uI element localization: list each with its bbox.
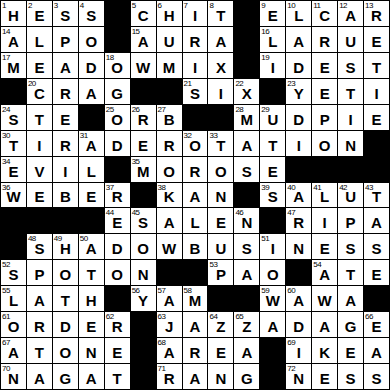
grid-cell-r5c3[interactable]: E xyxy=(53,105,78,130)
grid-cell-r5c11[interactable]: 29U xyxy=(260,105,285,130)
grid-cell-r1c14[interactable]: 12A xyxy=(338,1,363,26)
cell-letter: A xyxy=(286,189,311,204)
cell-letter: A xyxy=(312,319,337,334)
cell-letter: Z xyxy=(208,319,233,334)
grid-cell-r15c4[interactable]: A xyxy=(79,364,104,389)
grid-cell-r5c2[interactable]: T xyxy=(27,105,52,130)
grid-cell-r10c10[interactable]: S xyxy=(234,234,259,259)
grid-cell-r3c2[interactable]: E xyxy=(27,53,52,78)
grid-cell-r3c15[interactable]: T xyxy=(364,53,389,78)
grid-cell-r1c3[interactable]: 3S xyxy=(53,1,78,26)
grid-cell-r14c3[interactable]: O xyxy=(53,338,78,363)
grid-cell-r11c10[interactable]: A xyxy=(234,260,259,285)
grid-cell-r8c7[interactable]: 38K xyxy=(157,183,182,208)
grid-cell-r3c6[interactable]: W xyxy=(131,53,156,78)
block-cell-r7c15 xyxy=(364,157,389,182)
grid-cell-r10c5[interactable]: D xyxy=(105,234,130,259)
grid-cell-r12c3[interactable]: T xyxy=(53,286,78,311)
grid-cell-r2c7[interactable]: U xyxy=(157,27,182,52)
cell-letter: E xyxy=(312,60,337,75)
grid-cell-r1c8[interactable]: 7I xyxy=(183,1,208,26)
grid-cell-r12c7[interactable]: 57A xyxy=(157,286,182,311)
cell-letter: S xyxy=(364,241,389,256)
cell-letter: W xyxy=(1,189,26,204)
cell-letter: S xyxy=(79,8,104,23)
grid-cell-r8c8[interactable]: A xyxy=(183,183,208,208)
cell-letter: E xyxy=(79,189,104,204)
grid-cell-r5c14[interactable]: I xyxy=(338,105,363,130)
grid-cell-r10c4[interactable]: 50A xyxy=(79,234,104,259)
grid-cell-r12c8[interactable]: 58M xyxy=(183,286,208,311)
grid-cell-r1c1[interactable]: 1H xyxy=(1,1,26,26)
cell-letter: A xyxy=(183,319,208,334)
cell-letter: A xyxy=(131,34,156,49)
cell-letter: X xyxy=(208,60,233,75)
cell-letter: A xyxy=(364,215,389,230)
grid-cell-r5c15[interactable]: E xyxy=(364,105,389,130)
grid-cell-r15c2[interactable]: A xyxy=(27,364,52,389)
grid-cell-r6c12[interactable]: I xyxy=(286,131,311,156)
grid-cell-r7c1[interactable]: 34E xyxy=(1,157,26,182)
grid-cell-r1c12[interactable]: 10L xyxy=(286,1,311,26)
grid-cell-r6c7[interactable]: R xyxy=(157,131,182,156)
cell-letter: E xyxy=(364,319,389,334)
grid-cell-r2c11[interactable]: 16L xyxy=(260,27,285,52)
grid-cell-r2c3[interactable]: P xyxy=(53,27,78,52)
grid-cell-r7c2[interactable]: V xyxy=(27,157,52,182)
cell-letter: W xyxy=(260,293,285,308)
block-cell-r8c6 xyxy=(131,183,156,208)
cell-letter: T xyxy=(27,112,52,127)
grid-cell-r2c14[interactable]: U xyxy=(338,27,363,52)
grid-cell-r4c12[interactable]: 23Y xyxy=(286,79,311,104)
grid-cell-r9c12[interactable]: 47R xyxy=(286,208,311,233)
grid-cell-r8c5[interactable]: 37R xyxy=(105,183,130,208)
grid-cell-r10c12[interactable]: N xyxy=(286,234,311,259)
cell-letter: A xyxy=(157,345,182,360)
block-cell-r7c5 xyxy=(105,157,130,182)
grid-cell-r10c11[interactable]: 51I xyxy=(260,234,285,259)
grid-cell-r11c14[interactable]: T xyxy=(338,260,363,285)
grid-cell-r3c5[interactable]: 18O xyxy=(105,53,130,78)
grid-cell-r11c15[interactable]: E xyxy=(364,260,389,285)
grid-cell-r4c10[interactable]: 22X xyxy=(234,79,259,104)
block-cell-r9c3 xyxy=(53,208,78,233)
block-cell-r11c12 xyxy=(286,260,311,285)
grid-cell-r11c11[interactable]: O xyxy=(260,260,285,285)
cell-letter: I xyxy=(364,86,389,101)
cell-letter: R xyxy=(105,319,130,334)
cell-letter: A xyxy=(79,86,104,101)
cell-letter: E xyxy=(27,8,52,23)
grid-cell-r4c8[interactable]: 21S xyxy=(183,79,208,104)
cell-letter: N xyxy=(208,189,233,204)
grid-cell-r10c2[interactable]: 48S xyxy=(27,234,52,259)
grid-cell-r9c14[interactable]: P xyxy=(338,208,363,233)
cell-letter: R xyxy=(53,138,78,153)
grid-cell-r1c13[interactable]: 11C xyxy=(312,1,337,26)
cell-letter: A xyxy=(79,371,104,386)
grid-cell-r6c9[interactable]: 33T xyxy=(208,131,233,156)
cell-letter: A xyxy=(1,345,26,360)
cell-letter: U xyxy=(157,34,182,49)
grid-cell-r13c1[interactable]: 61O xyxy=(1,312,26,337)
grid-cell-r15c1[interactable]: 70N xyxy=(1,364,26,389)
grid-cell-r3c7[interactable]: M xyxy=(157,53,182,78)
grid-cell-r10c15[interactable]: S xyxy=(364,234,389,259)
cell-letter: S xyxy=(364,371,389,386)
cell-letter: A xyxy=(286,34,311,49)
grid-cell-r10c9[interactable]: U xyxy=(208,234,233,259)
grid-cell-r8c13[interactable]: 41L xyxy=(312,183,337,208)
grid-cell-r6c5[interactable]: D xyxy=(105,131,130,156)
cell-letter: P xyxy=(27,267,52,282)
grid-cell-r10c8[interactable]: B xyxy=(183,234,208,259)
cell-letter: A xyxy=(234,267,259,282)
grid-cell-r13c13[interactable]: A xyxy=(312,312,337,337)
cell-letter: O xyxy=(131,241,156,256)
grid-cell-r7c11[interactable]: E xyxy=(260,157,285,182)
grid-cell-r8c15[interactable]: 43T xyxy=(364,183,389,208)
grid-cell-r6c14[interactable]: N xyxy=(338,131,363,156)
block-cell-r15c6 xyxy=(131,364,156,389)
grid-cell-r15c10[interactable]: G xyxy=(234,364,259,389)
grid-cell-r14c4[interactable]: N xyxy=(79,338,104,363)
cell-letter: T xyxy=(79,267,104,282)
grid-cell-r7c4[interactable]: L xyxy=(79,157,104,182)
grid-cell-r14c15[interactable]: A xyxy=(364,338,389,363)
grid-cell-r5c7[interactable]: 27B xyxy=(157,105,182,130)
grid-cell-r9c5[interactable]: 44E xyxy=(105,208,130,233)
grid-cell-r14c13[interactable]: K xyxy=(312,338,337,363)
cell-letter: H xyxy=(53,241,78,256)
cell-letter: P xyxy=(338,215,363,230)
grid-cell-r9c7[interactable]: A xyxy=(157,208,182,233)
block-cell-r9c4 xyxy=(79,208,104,233)
cell-letter: E xyxy=(1,164,26,179)
grid-cell-r14c5[interactable]: E xyxy=(105,338,130,363)
grid-cell-r12c13[interactable]: W xyxy=(312,286,337,311)
cell-letter: I xyxy=(338,112,363,127)
cell-letter: T xyxy=(208,138,233,153)
cell-letter: R xyxy=(53,86,78,101)
grid-cell-r2c1[interactable]: 14A xyxy=(1,27,26,52)
grid-cell-r12c1[interactable]: 55L xyxy=(1,286,26,311)
cell-letter: O xyxy=(53,345,78,360)
grid-cell-r14c10[interactable]: A xyxy=(234,338,259,363)
cell-letter: I xyxy=(260,60,285,75)
cell-letter: A xyxy=(183,371,208,386)
grid-cell-r1c4[interactable]: 4S xyxy=(79,1,104,26)
grid-cell-r13c12[interactable]: D xyxy=(286,312,311,337)
grid-cell-r15c7[interactable]: 71R xyxy=(157,364,182,389)
grid-cell-r12c4[interactable]: H xyxy=(79,286,104,311)
grid-cell-r5c12[interactable]: D xyxy=(286,105,311,130)
grid-cell-r3c12[interactable]: D xyxy=(286,53,311,78)
cell-letter: L xyxy=(79,164,104,179)
grid-cell-r14c9[interactable]: E xyxy=(208,338,233,363)
grid-cell-r11c2[interactable]: P xyxy=(27,260,52,285)
grid-cell-r3c11[interactable]: 19I xyxy=(260,53,285,78)
grid-cell-r14c12[interactable]: 69I xyxy=(286,338,311,363)
block-cell-r6c15 xyxy=(364,131,389,156)
cell-letter: R xyxy=(157,371,182,386)
grid-cell-r13c14[interactable]: G xyxy=(338,312,363,337)
grid-cell-r12c14[interactable]: A xyxy=(338,286,363,311)
cell-letter: S xyxy=(1,267,26,282)
cell-letter: O xyxy=(53,267,78,282)
cell-letter: E xyxy=(260,164,285,179)
grid-cell-r11c13[interactable]: 54A xyxy=(312,260,337,285)
grid-cell-r3c3[interactable]: A xyxy=(53,53,78,78)
cell-letter: S xyxy=(338,60,363,75)
grid-cell-r8c9[interactable]: N xyxy=(208,183,233,208)
grid-cell-r7c10[interactable]: S xyxy=(234,157,259,182)
cell-letter: D xyxy=(105,138,130,153)
block-cell-r9c1 xyxy=(1,208,26,233)
grid-cell-r15c5[interactable]: T xyxy=(105,364,130,389)
grid-cell-r2c8[interactable]: R xyxy=(183,27,208,52)
block-cell-r7c12 xyxy=(286,157,311,182)
cell-letter: U xyxy=(208,241,233,256)
grid-cell-r13c15[interactable]: 66E xyxy=(364,312,389,337)
grid-cell-r4c4[interactable]: A xyxy=(79,79,104,104)
cell-letter: D xyxy=(53,319,78,334)
grid-cell-r3c4[interactable]: D xyxy=(79,53,104,78)
cell-letter: L xyxy=(183,215,208,230)
grid-cell-r14c7[interactable]: 68A xyxy=(157,338,182,363)
cell-letter: W xyxy=(157,241,182,256)
grid-cell-r2c13[interactable]: R xyxy=(312,27,337,52)
grid-cell-r6c8[interactable]: 32O xyxy=(183,131,208,156)
cell-letter: D xyxy=(286,112,311,127)
cell-letter: I xyxy=(260,241,285,256)
cell-letter: O xyxy=(105,60,130,75)
cell-letter: N xyxy=(1,371,26,386)
block-cell-r15c11 xyxy=(260,364,285,389)
cell-letter: C xyxy=(312,8,337,23)
cell-letter: E xyxy=(105,215,130,230)
grid-cell-r8c2[interactable]: E xyxy=(27,183,52,208)
grid-cell-r7c3[interactable]: I xyxy=(53,157,78,182)
grid-cell-r1c11[interactable]: 9E xyxy=(260,1,285,26)
grid-cell-r13c5[interactable]: 62R xyxy=(105,312,130,337)
cell-letter: I xyxy=(312,215,337,230)
cell-letter: K xyxy=(157,189,182,204)
grid-cell-r15c15[interactable]: S xyxy=(364,364,389,389)
grid-cell-r4c15[interactable]: I xyxy=(364,79,389,104)
block-cell-r4c11 xyxy=(260,79,285,104)
grid-cell-r7c7[interactable]: O xyxy=(157,157,182,182)
cell-letter: H xyxy=(1,8,26,23)
cell-letter: R xyxy=(312,34,337,49)
grid-cell-r11c6[interactable]: N xyxy=(131,260,156,285)
block-cell-r5c8 xyxy=(183,105,208,130)
grid-cell-r12c6[interactable]: 56Y xyxy=(131,286,156,311)
grid-cell-r5c6[interactable]: 26R xyxy=(131,105,156,130)
grid-cell-r6c4[interactable]: 31A xyxy=(79,131,104,156)
grid-cell-r8c12[interactable]: 40A xyxy=(286,183,311,208)
grid-cell-r12c2[interactable]: A xyxy=(27,286,52,311)
grid-cell-r15c14[interactable]: S xyxy=(338,364,363,389)
grid-cell-r6c3[interactable]: R xyxy=(53,131,78,156)
cell-letter: D xyxy=(79,60,104,75)
grid-cell-r5c10[interactable]: 28M xyxy=(234,105,259,130)
cell-letter: R xyxy=(131,112,156,127)
cell-letter: I xyxy=(183,8,208,23)
grid-cell-r9c13[interactable]: I xyxy=(312,208,337,233)
cell-letter: E xyxy=(312,241,337,256)
grid-cell-r1c15[interactable]: 13R xyxy=(364,1,389,26)
grid-cell-r3c14[interactable]: S xyxy=(338,53,363,78)
grid-cell-r10c13[interactable]: E xyxy=(312,234,337,259)
grid-cell-r15c3[interactable]: G xyxy=(53,364,78,389)
grid-cell-r11c4[interactable]: T xyxy=(79,260,104,285)
grid-cell-r9c15[interactable]: A xyxy=(364,208,389,233)
grid-cell-r5c5[interactable]: 25O xyxy=(105,105,130,130)
cell-letter: T xyxy=(260,138,285,153)
grid-cell-r14c14[interactable]: E xyxy=(338,338,363,363)
grid-cell-r4c9[interactable]: I xyxy=(208,79,233,104)
grid-cell-r6c10[interactable]: A xyxy=(234,131,259,156)
grid-cell-r7c8[interactable]: R xyxy=(183,157,208,182)
grid-cell-r6c11[interactable]: T xyxy=(260,131,285,156)
cell-letter: T xyxy=(208,8,233,23)
cell-letter: E xyxy=(364,34,389,49)
cell-letter: E xyxy=(338,345,363,360)
grid-cell-r10c6[interactable]: O xyxy=(131,234,156,259)
cell-letter: T xyxy=(364,60,389,75)
grid-cell-r8c4[interactable]: E xyxy=(79,183,104,208)
grid-cell-r2c2[interactable]: L xyxy=(27,27,52,52)
grid-cell-r13c7[interactable]: 63J xyxy=(157,312,182,337)
grid-cell-r6c2[interactable]: I xyxy=(27,131,52,156)
grid-cell-r13c10[interactable]: 65Z xyxy=(234,312,259,337)
grid-cell-r4c14[interactable]: T xyxy=(338,79,363,104)
cell-letter: U xyxy=(260,112,285,127)
grid-cell-r3c9[interactable]: X xyxy=(208,53,233,78)
cell-letter: A xyxy=(183,189,208,204)
grid-cell-r13c4[interactable]: E xyxy=(79,312,104,337)
cell-letter: L xyxy=(260,34,285,49)
grid-cell-r13c11[interactable]: A xyxy=(260,312,285,337)
grid-cell-r8c11[interactable]: 39S xyxy=(260,183,285,208)
grid-cell-r9c6[interactable]: 45S xyxy=(131,208,156,233)
grid-cell-r14c2[interactable]: T xyxy=(27,338,52,363)
grid-cell-r11c5[interactable]: O xyxy=(105,260,130,285)
block-cell-r8c10 xyxy=(234,183,259,208)
grid-cell-r1c6[interactable]: 5C xyxy=(131,1,156,26)
grid-cell-r5c1[interactable]: 24S xyxy=(1,105,26,130)
grid-cell-r14c1[interactable]: 67A xyxy=(1,338,26,363)
grid-cell-r13c2[interactable]: R xyxy=(27,312,52,337)
grid-cell-r15c12[interactable]: 72N xyxy=(286,364,311,389)
grid-cell-r15c9[interactable]: N xyxy=(208,364,233,389)
grid-cell-r5c13[interactable]: P xyxy=(312,105,337,130)
grid-cell-r4c3[interactable]: R xyxy=(53,79,78,104)
cell-letter: A xyxy=(234,345,259,360)
cell-letter: A xyxy=(286,293,311,308)
grid-cell-r3c8[interactable]: I xyxy=(183,53,208,78)
grid-cell-r1c2[interactable]: 2E xyxy=(27,1,52,26)
grid-cell-r13c3[interactable]: D xyxy=(53,312,78,337)
grid-cell-r13c9[interactable]: 64Z xyxy=(208,312,233,337)
cell-letter: R xyxy=(183,34,208,49)
grid-cell-r2c4[interactable]: O xyxy=(79,27,104,52)
block-cell-r9c11 xyxy=(260,208,285,233)
grid-cell-r6c1[interactable]: 30T xyxy=(1,131,26,156)
cell-letter: R xyxy=(364,8,389,23)
cell-letter: R xyxy=(105,189,130,204)
grid-cell-r9c9[interactable]: E xyxy=(208,208,233,233)
cell-letter: A xyxy=(260,319,285,334)
grid-cell-r7c9[interactable]: O xyxy=(208,157,233,182)
grid-cell-r15c8[interactable]: A xyxy=(183,364,208,389)
grid-cell-r13c8[interactable]: A xyxy=(183,312,208,337)
cell-letter: N xyxy=(286,241,311,256)
grid-cell-r12c12[interactable]: 60A xyxy=(286,286,311,311)
grid-cell-r10c7[interactable]: W xyxy=(157,234,182,259)
cell-letter: W xyxy=(131,60,156,75)
grid-cell-r11c3[interactable]: O xyxy=(53,260,78,285)
cell-letter: R xyxy=(183,164,208,179)
cell-letter: O xyxy=(208,164,233,179)
grid-cell-r2c12[interactable]: A xyxy=(286,27,311,52)
block-cell-r14c6 xyxy=(131,338,156,363)
grid-cell-r11c9[interactable]: 53P xyxy=(208,260,233,285)
cell-letter: I xyxy=(183,60,208,75)
grid-cell-r10c3[interactable]: 49H xyxy=(53,234,78,259)
grid-cell-r14c8[interactable]: R xyxy=(183,338,208,363)
grid-cell-r8c3[interactable]: B xyxy=(53,183,78,208)
grid-cell-r15c13[interactable]: E xyxy=(312,364,337,389)
cell-letter: O xyxy=(157,164,182,179)
grid-cell-r3c1[interactable]: 17M xyxy=(1,53,26,78)
grid-cell-r2c6[interactable]: 15A xyxy=(131,27,156,52)
grid-cell-r4c2[interactable]: 20C xyxy=(27,79,52,104)
grid-cell-r3c13[interactable]: E xyxy=(312,53,337,78)
cell-letter: M xyxy=(157,60,182,75)
grid-cell-r6c13[interactable]: O xyxy=(312,131,337,156)
grid-cell-r7c6[interactable]: 35M xyxy=(131,157,156,182)
grid-cell-r4c5[interactable]: G xyxy=(105,79,130,104)
cell-letter: T xyxy=(338,267,363,282)
cell-letter: B xyxy=(157,112,182,127)
grid-cell-r1c9[interactable]: 8T xyxy=(208,1,233,26)
grid-cell-r2c9[interactable]: A xyxy=(208,27,233,52)
cell-letter: A xyxy=(79,138,104,153)
grid-cell-r8c1[interactable]: 36W xyxy=(1,183,26,208)
grid-cell-r11c1[interactable]: 52S xyxy=(1,260,26,285)
cell-letter: S xyxy=(1,112,26,127)
grid-cell-r12c11[interactable]: 59W xyxy=(260,286,285,311)
grid-cell-r6c6[interactable]: E xyxy=(131,131,156,156)
cell-letter: G xyxy=(338,319,363,334)
cell-letter: K xyxy=(312,345,337,360)
grid-cell-r10c14[interactable]: S xyxy=(338,234,363,259)
grid-cell-r9c8[interactable]: L xyxy=(183,208,208,233)
cell-letter: A xyxy=(234,138,259,153)
grid-cell-r8c14[interactable]: 42U xyxy=(338,183,363,208)
cell-letter: M xyxy=(234,112,259,127)
grid-cell-r9c10[interactable]: 46N xyxy=(234,208,259,233)
grid-cell-r2c15[interactable]: E xyxy=(364,27,389,52)
grid-cell-r1c7[interactable]: 6H xyxy=(157,1,182,26)
block-cell-r9c2 xyxy=(27,208,52,233)
cell-letter: E xyxy=(27,60,52,75)
cell-letter: A xyxy=(79,241,104,256)
grid-cell-r4c13[interactable]: E xyxy=(312,79,337,104)
